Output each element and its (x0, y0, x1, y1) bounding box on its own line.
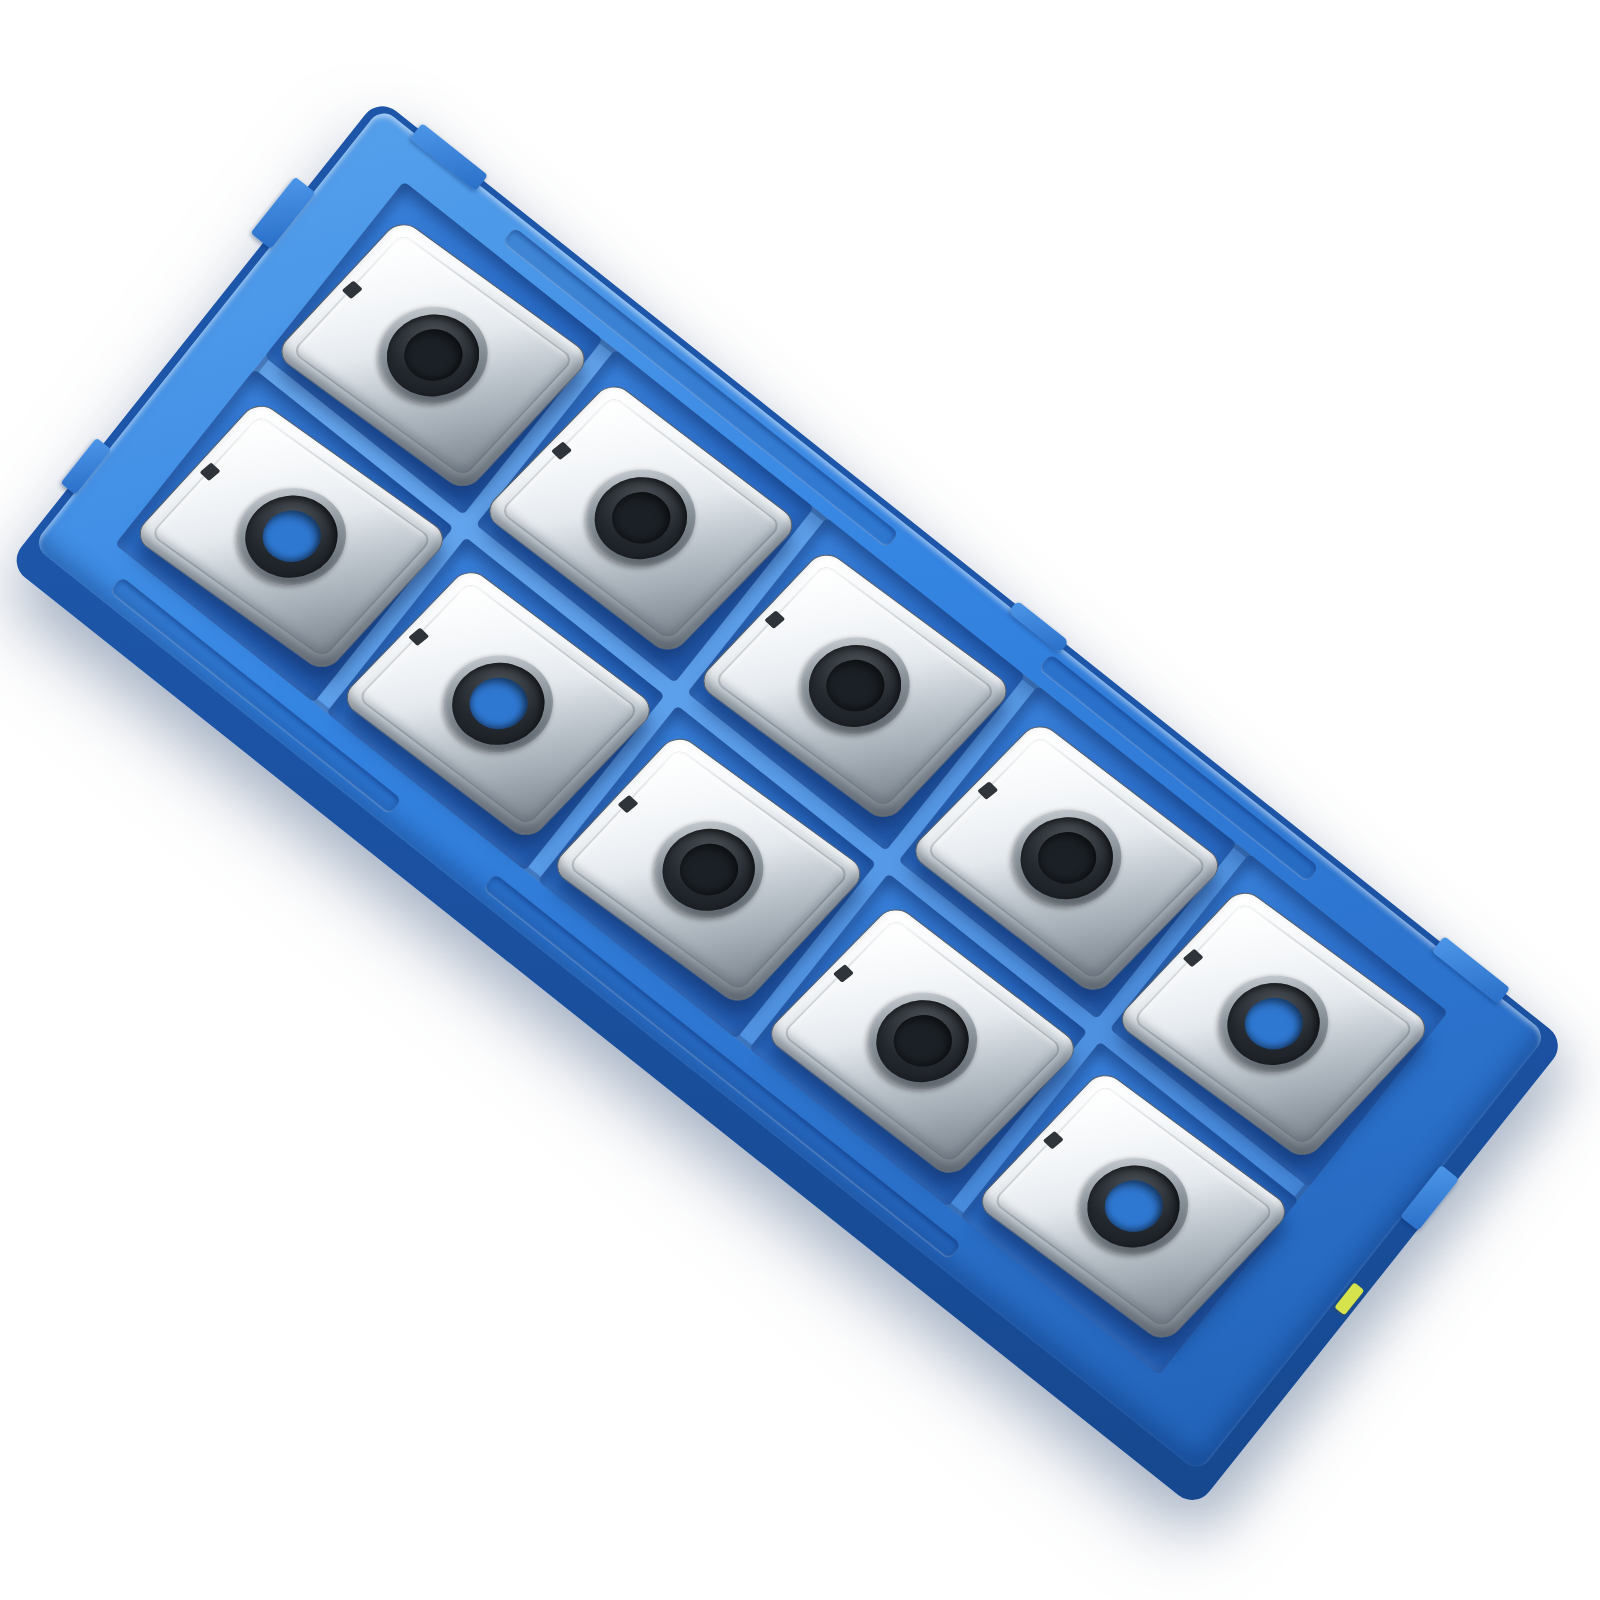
edge-notch (342, 280, 363, 299)
edge-notch (617, 795, 638, 814)
hole-ring (1068, 1148, 1199, 1264)
edge-notch (408, 627, 429, 646)
insert-bore (1093, 1170, 1174, 1242)
insert-bore (1026, 822, 1107, 894)
insert-box-tray (33, 107, 1548, 1473)
rim-bump (1008, 600, 1069, 653)
center-hole (632, 802, 786, 938)
edge-notch (1043, 1131, 1064, 1150)
center-hole (1057, 1138, 1211, 1274)
center-hole (1197, 956, 1351, 1092)
edge-notch (1182, 949, 1203, 968)
center-hole (564, 450, 718, 586)
center-hole (778, 618, 932, 754)
latch-tab (60, 438, 111, 495)
center-hole (215, 468, 369, 604)
insert-bore (251, 501, 332, 573)
insert-bore (814, 650, 895, 722)
edge-notch (833, 964, 854, 983)
edge-notch (764, 610, 785, 629)
insert-bore (668, 834, 749, 906)
center-hole (421, 635, 575, 771)
edge-notch (551, 441, 572, 460)
latch-tab (1432, 936, 1510, 1004)
product-photo-scene (0, 0, 1600, 1600)
edge-notch (199, 462, 220, 481)
hole-ring (433, 646, 564, 762)
insert-bore (458, 668, 539, 740)
center-hole (990, 790, 1144, 926)
center-hole (356, 287, 510, 423)
latch-tab (410, 123, 488, 191)
hole-ring (790, 628, 921, 744)
insert-bore (1233, 988, 1314, 1060)
hole-ring (857, 983, 988, 1099)
hole-ring (643, 812, 774, 928)
hole-ring (368, 297, 499, 413)
center-hole (845, 973, 999, 1109)
insert-bore (882, 1005, 963, 1077)
insert-bore (393, 319, 474, 391)
tray-top-face (33, 107, 1548, 1473)
hole-ring (226, 479, 357, 595)
edge-notch (977, 781, 998, 800)
hole-ring (575, 460, 706, 576)
insert-bore (600, 482, 681, 554)
latch-tab (250, 177, 315, 250)
hole-ring (1208, 966, 1339, 1082)
hole-ring (1001, 800, 1132, 916)
latch-tab (1400, 1165, 1459, 1231)
